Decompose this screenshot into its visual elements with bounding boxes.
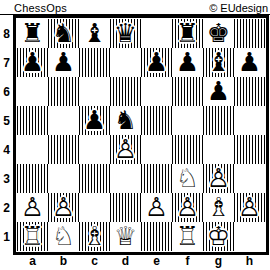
square-f5[interactable] [172,106,203,135]
piece-fill-layer: ♚ [203,19,234,48]
piece-fill-layer: ♟ [172,48,203,77]
square-g2[interactable]: ♝♗ [203,193,234,222]
square-h2[interactable]: ♟♙ [234,193,265,222]
piece-white-queen[interactable]: ♛♕ [110,222,141,251]
square-b1[interactable]: ♞♘ [48,222,79,251]
square-b5[interactable] [48,106,79,135]
piece-white-pawn[interactable]: ♟♙ [234,193,265,222]
file-label-g: g [203,255,234,268]
piece-white-bishop[interactable]: ♝♗ [203,193,234,222]
piece-black-pawn[interactable]: ♟ [79,106,110,135]
piece-black-pawn[interactable]: ♟ [17,48,48,77]
square-a8[interactable]: ♜ [17,19,48,48]
piece-outline-layer: ♗ [203,193,234,222]
piece-white-pawn[interactable]: ♟♙ [110,135,141,164]
piece-black-pawn[interactable]: ♟ [141,48,172,77]
piece-black-queen[interactable]: ♛ [110,19,141,48]
square-h3[interactable] [234,164,265,193]
square-b6[interactable] [48,77,79,106]
piece-black-king[interactable]: ♚ [203,19,234,48]
square-f6[interactable] [172,77,203,106]
piece-black-knight[interactable]: ♞ [110,106,141,135]
piece-fill-layer: ♟ [48,48,79,77]
rank-label-4: 4 [0,135,13,164]
piece-outline-layer: ♘ [172,164,203,193]
square-b3[interactable] [48,164,79,193]
rank-label-2: 2 [0,193,13,222]
square-b4[interactable] [48,135,79,164]
square-h8[interactable] [234,19,265,48]
piece-black-rook[interactable]: ♜ [17,19,48,48]
piece-outline-layer: ♗ [79,222,110,251]
piece-white-pawn[interactable]: ♟♙ [172,193,203,222]
file-label-c: c [79,255,110,268]
square-h7[interactable]: ♟ [234,48,265,77]
board-area: 87654321 ♜♞♝♛♜♚♟♟♟♟♝♟♟♟♞♟♙♞♘♟♙♟♙♟♙♟♙♟♙♝♗… [0,15,270,255]
rank-label-8: 8 [0,19,13,48]
square-h1[interactable] [234,222,265,251]
file-label-h: h [234,255,265,268]
piece-black-pawn[interactable]: ♟ [234,48,265,77]
piece-fill-layer: ♞ [110,106,141,135]
rank-labels: 87654321 [0,19,13,255]
square-g3[interactable]: ♟♙ [203,164,234,193]
piece-black-pawn[interactable]: ♟ [48,48,79,77]
square-d8[interactable]: ♛ [110,19,141,48]
square-a3[interactable] [17,164,48,193]
piece-outline-layer: ♙ [110,135,141,164]
app-title: ChessOps [14,2,67,14]
square-a2[interactable]: ♟♙ [17,193,48,222]
square-f8[interactable]: ♜ [172,19,203,48]
piece-outline-layer: ♘ [48,222,79,251]
piece-black-pawn[interactable]: ♟ [203,77,234,106]
piece-white-pawn[interactable]: ♟♙ [203,164,234,193]
square-d4[interactable]: ♟♙ [110,135,141,164]
square-h4[interactable] [234,135,265,164]
piece-outline-layer: ♙ [234,193,265,222]
file-label-d: d [110,255,141,268]
square-c7[interactable] [79,48,110,77]
square-f1[interactable]: ♜♖ [172,222,203,251]
rank-label-3: 3 [0,164,13,193]
piece-outline-layer: ♙ [172,193,203,222]
square-e5[interactable] [141,106,172,135]
copyright-label: © EUdesign [209,2,268,14]
square-e8[interactable] [141,19,172,48]
rank-label-1: 1 [0,222,13,251]
piece-fill-layer: ♝ [79,19,110,48]
piece-outline-layer: ♙ [48,193,79,222]
rank-label-5: 5 [0,106,13,135]
square-h5[interactable] [234,106,265,135]
file-labels: abcdefgh [17,255,270,268]
square-f7[interactable]: ♟ [172,48,203,77]
square-g7[interactable]: ♝ [203,48,234,77]
square-f2[interactable]: ♟♙ [172,193,203,222]
square-d7[interactable] [110,48,141,77]
square-d5[interactable]: ♞ [110,106,141,135]
header-bar: ChessOps © EUdesign [0,0,270,15]
file-label-a: a [17,255,48,268]
file-label-b: b [48,255,79,268]
square-a1[interactable]: ♜♖ [17,222,48,251]
piece-outline-layer: ♕ [110,222,141,251]
rank-label-7: 7 [0,48,13,77]
square-b2[interactable]: ♟♙ [48,193,79,222]
piece-outline-layer: ♙ [141,193,172,222]
square-b7[interactable]: ♟ [48,48,79,77]
piece-white-knight[interactable]: ♞♘ [172,164,203,193]
piece-black-rook[interactable]: ♜ [172,19,203,48]
piece-white-king[interactable]: ♚♔ [203,222,234,251]
piece-fill-layer: ♟ [79,106,110,135]
piece-fill-layer: ♟ [234,48,265,77]
square-a6[interactable] [17,77,48,106]
square-g5[interactable] [203,106,234,135]
piece-fill-layer: ♟ [203,77,234,106]
square-d1[interactable]: ♛♕ [110,222,141,251]
square-e1[interactable] [141,222,172,251]
square-e3[interactable] [141,164,172,193]
square-d6[interactable] [110,77,141,106]
square-c1[interactable]: ♝♗ [79,222,110,251]
piece-fill-layer: ♟ [141,48,172,77]
square-e2[interactable]: ♟♙ [141,193,172,222]
file-label-e: e [141,255,172,268]
square-c6[interactable] [79,77,110,106]
piece-outline-layer: ♔ [203,222,234,251]
square-c2[interactable] [79,193,110,222]
square-e6[interactable] [141,77,172,106]
piece-black-knight[interactable]: ♞ [48,19,79,48]
piece-black-pawn[interactable]: ♟ [172,48,203,77]
piece-outline-layer: ♖ [17,222,48,251]
square-b8[interactable]: ♞ [48,19,79,48]
square-c5[interactable]: ♟ [79,106,110,135]
square-f4[interactable] [172,135,203,164]
square-a5[interactable] [17,106,48,135]
square-a7[interactable]: ♟ [17,48,48,77]
piece-white-pawn[interactable]: ♟♙ [141,193,172,222]
square-c8[interactable]: ♝ [79,19,110,48]
square-f3[interactable]: ♞♘ [172,164,203,193]
square-g6[interactable]: ♟ [203,77,234,106]
piece-white-pawn[interactable]: ♟♙ [48,193,79,222]
piece-fill-layer: ♝ [203,48,234,77]
piece-outline-layer: ♙ [203,164,234,193]
square-d2[interactable] [110,193,141,222]
square-d3[interactable] [110,164,141,193]
piece-fill-layer: ♟ [17,48,48,77]
piece-fill-layer: ♛ [110,19,141,48]
square-g4[interactable] [203,135,234,164]
chessops-window: ChessOps © EUdesign 87654321 ♜♞♝♛♜♚♟♟♟♟♝… [0,0,270,270]
piece-fill-layer: ♞ [48,19,79,48]
piece-black-bishop[interactable]: ♝ [79,19,110,48]
piece-white-bishop[interactable]: ♝♗ [79,222,110,251]
piece-white-rook[interactable]: ♜♖ [17,222,48,251]
chess-board: ♜♞♝♛♜♚♟♟♟♟♝♟♟♟♞♟♙♞♘♟♙♟♙♟♙♟♙♟♙♝♗♟♙♜♖♞♘♝♗♛… [13,15,269,255]
file-label-f: f [172,255,203,268]
square-h6[interactable] [234,77,265,106]
piece-fill-layer: ♜ [172,19,203,48]
piece-white-knight[interactable]: ♞♘ [48,222,79,251]
rank-label-6: 6 [0,77,13,106]
square-g1[interactable]: ♚♔ [203,222,234,251]
square-e4[interactable] [141,135,172,164]
square-e7[interactable]: ♟ [141,48,172,77]
square-c3[interactable] [79,164,110,193]
square-g8[interactable]: ♚ [203,19,234,48]
piece-white-pawn[interactable]: ♟♙ [17,193,48,222]
piece-white-rook[interactable]: ♜♖ [172,222,203,251]
piece-outline-layer: ♙ [17,193,48,222]
piece-black-bishop[interactable]: ♝ [203,48,234,77]
piece-fill-layer: ♜ [17,19,48,48]
square-c4[interactable] [79,135,110,164]
piece-outline-layer: ♖ [172,222,203,251]
square-a4[interactable] [17,135,48,164]
